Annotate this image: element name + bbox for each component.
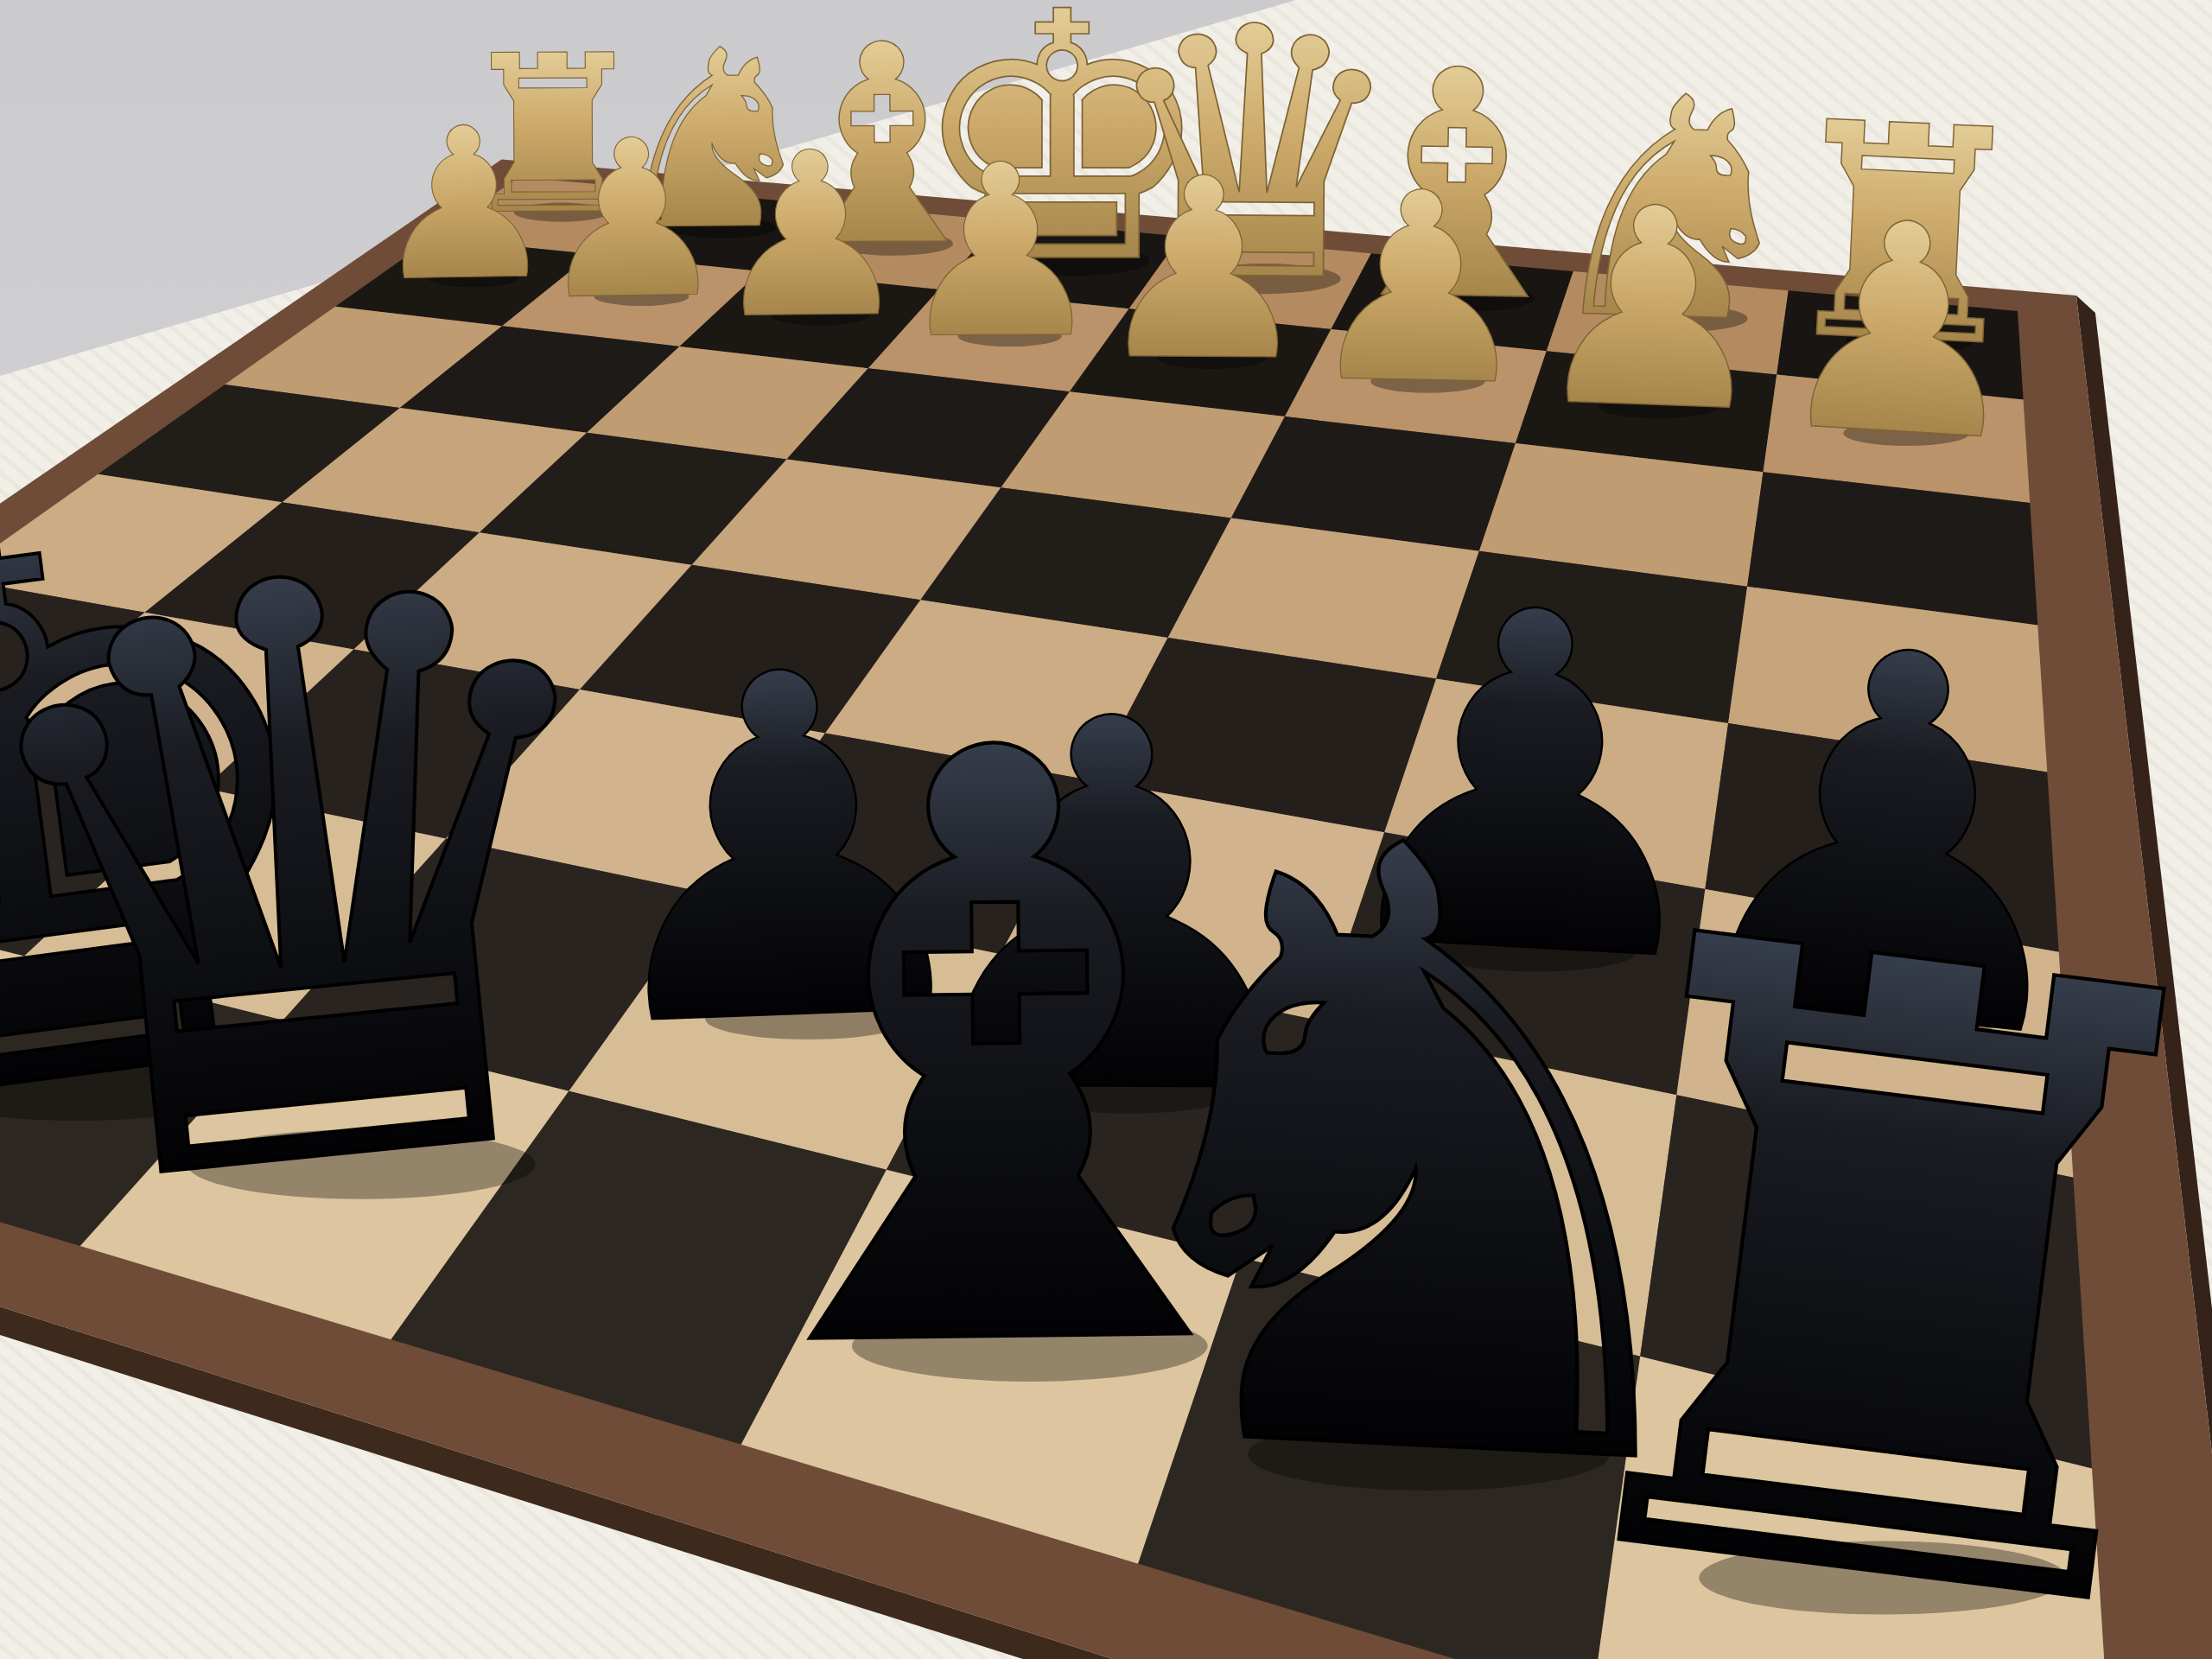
gold-pawn-glyph: ♟	[1763, 156, 2041, 506]
gold-pawn-glyph: ♟	[1091, 124, 1317, 416]
piece-gold-pawn-e2[interactable]: ♟	[893, 114, 1108, 391]
piece-gold-pawn-f2[interactable]: ♟	[708, 103, 913, 368]
piece-gold-pawn-c2[interactable]: ♟	[1300, 135, 1540, 442]
piece-gold-pawn-a2[interactable]: ♟	[1763, 156, 2041, 506]
chessboard-photo: ♜♞♝♚♟♛♟♝♟♞♟♜♟♟♟♟♟♟♟♚♟♛♝♞♜	[0, 0, 2212, 1659]
piece-black-rook-a8[interactable]: ♜	[1456, 747, 2212, 1659]
piece-gold-pawn-h2[interactable]: ♟	[369, 82, 559, 327]
scene: ♜♞♝♚♟♛♟♝♟♞♟♜♟♟♟♟♟♟♟♚♟♛♝♞♜	[0, 0, 2212, 1659]
piece-gold-pawn-d2[interactable]: ♟	[1091, 124, 1317, 416]
gold-pawn-glyph: ♟	[533, 92, 731, 347]
gold-pawn-glyph: ♟	[1524, 146, 1782, 474]
gold-pawn-glyph: ♟	[1300, 135, 1540, 442]
gold-pawn-glyph: ♟	[369, 82, 559, 327]
black-rook-glyph: ♜	[1456, 747, 2212, 1659]
gold-pawn-glyph: ♟	[893, 114, 1108, 391]
piece-gold-pawn-b2[interactable]: ♟	[1524, 146, 1782, 474]
gold-pawn-glyph: ♟	[708, 103, 913, 368]
piece-black-queen-e8[interactable]: ♛	[0, 385, 704, 1376]
black-queen-glyph: ♛	[0, 385, 704, 1376]
piece-gold-pawn-g2[interactable]: ♟	[533, 92, 731, 347]
